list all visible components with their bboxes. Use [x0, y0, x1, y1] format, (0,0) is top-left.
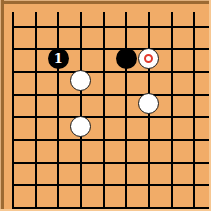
- white-stone: [70, 70, 91, 91]
- black-stone: 1: [48, 48, 69, 69]
- board-edge-right: [209, 0, 211, 211]
- move-number-label: 1: [54, 52, 63, 65]
- circle-marker-icon: [144, 54, 153, 63]
- board-frame-top: [0, 0, 211, 4]
- go-board: 1: [0, 0, 211, 211]
- board-edge-bottom: [0, 209, 211, 211]
- board-frame-left: [0, 0, 4, 211]
- stones-layer: 1: [2, 2, 211, 211]
- black-stone: [116, 48, 137, 69]
- white-stone: [70, 116, 91, 137]
- white-stone: [138, 93, 159, 114]
- white-stone: [138, 48, 159, 69]
